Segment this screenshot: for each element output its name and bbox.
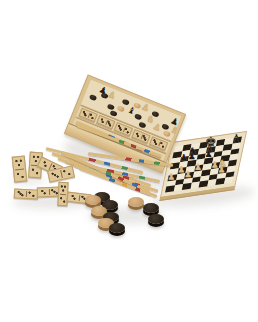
chessboard-squares: ♚♝♞♝♟♟♟♟♟♟♞♟♟♟ — [165, 137, 242, 193]
checker-disc-black — [143, 203, 159, 213]
checker-disc-wood — [117, 105, 125, 112]
checker-disc-black — [134, 113, 142, 120]
checker-disc-wood — [85, 195, 101, 205]
domino-chain-tile — [14, 188, 38, 199]
checker-disc-wood — [128, 197, 144, 207]
checker-disc-black — [109, 110, 117, 117]
checker-disc-black — [148, 214, 164, 224]
square-h1 — [224, 177, 234, 184]
jumbled-wood-pawn: ♟ — [106, 90, 117, 101]
domino-standing — [12, 155, 28, 182]
checker-disc-black — [89, 94, 97, 101]
checker-disc-black — [109, 223, 125, 233]
jumbled-wood-pawn: ♟ — [152, 122, 163, 133]
checker-disc-black — [107, 103, 115, 110]
wooden-game-set-photo: ♚♝♞♝♟♟♟♟♟♟♞♟♟♟ ♟ ♝ ♟ ♟ — [0, 0, 258, 322]
jumbled-wood-bishop: ♝ — [169, 125, 180, 136]
jumbled-wood-pawn: ♟ — [140, 102, 151, 113]
